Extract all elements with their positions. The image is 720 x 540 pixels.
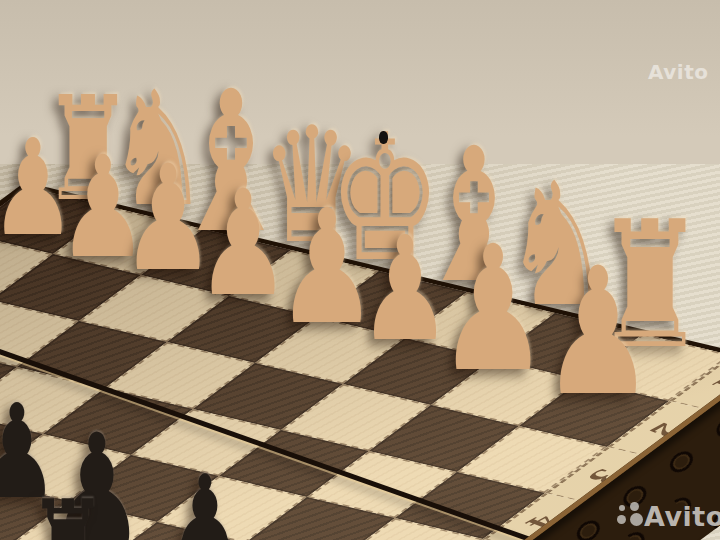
avito-logo-circle (630, 502, 639, 511)
avito-logo-circle (630, 513, 643, 526)
avito-logo-circle (617, 515, 626, 524)
white-pawn: ♟ (541, 245, 655, 421)
avito-watermark-bottom: Avito (644, 501, 720, 532)
listing-photo: 12345678 ♜♞♝♟♛♟♚♟♝♟♞♟♟♜♟♟♟♟♟♜ Avito Avit… (0, 0, 720, 540)
avito-watermark-top: Avito (648, 60, 708, 84)
king-finial (379, 131, 388, 144)
black-rook: ♜ (27, 484, 109, 540)
white-pawn: ♟ (437, 223, 549, 396)
pieces-layer: ♜♞♝♟♛♟♚♟♝♟♞♟♟♜♟♟♟♟♟♜ (0, 0, 720, 540)
avito-logo-circle (619, 505, 625, 511)
black-pawn: ♟ (169, 460, 241, 540)
